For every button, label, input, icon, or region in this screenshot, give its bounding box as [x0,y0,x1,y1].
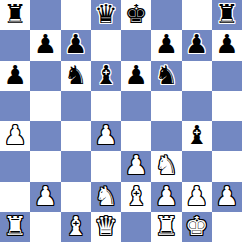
white-rook[interactable]: ♜ [3,213,26,239]
black-pawn[interactable]: ♟ [155,31,178,57]
white-pawn[interactable]: ♟ [155,183,178,209]
square-c1[interactable]: ♝ [61,212,91,242]
square-e5[interactable] [121,91,151,121]
square-e2[interactable]: ♝ [121,182,151,212]
square-g8[interactable] [182,0,212,30]
square-f5[interactable] [151,91,181,121]
square-b3[interactable] [30,151,60,181]
white-rook[interactable]: ♜ [155,213,178,239]
square-c6[interactable]: ♞ [61,61,91,91]
square-g5[interactable] [182,91,212,121]
white-bishop[interactable]: ♝ [124,183,147,209]
square-e1[interactable] [121,212,151,242]
square-a3[interactable] [0,151,30,181]
black-pawn[interactable]: ♟ [124,62,147,88]
square-d8[interactable]: ♛ [91,0,121,30]
square-g7[interactable]: ♟ [182,30,212,60]
square-a4[interactable]: ♟ [0,121,30,151]
black-bishop[interactable]: ♝ [94,62,117,88]
white-bishop[interactable]: ♝ [64,213,87,239]
square-e7[interactable] [121,30,151,60]
black-pawn[interactable]: ♟ [3,62,26,88]
square-d5[interactable] [91,91,121,121]
square-h5[interactable] [212,91,242,121]
square-e4[interactable] [121,121,151,151]
square-d4[interactable]: ♟ [91,121,121,151]
square-b6[interactable] [30,61,60,91]
square-c2[interactable] [61,182,91,212]
black-queen[interactable]: ♛ [94,1,117,27]
square-f1[interactable]: ♜ [151,212,181,242]
square-d3[interactable] [91,151,121,181]
white-pawn[interactable]: ♟ [3,122,26,148]
chess-board: ♜♛♚♜♟♟♟♟♟♟♞♝♟♞♟♟♝♟♞♟♞♝♟♟♟♜♝♛♜♚ [0,0,242,242]
square-f4[interactable] [151,121,181,151]
square-d7[interactable] [91,30,121,60]
square-b7[interactable]: ♟ [30,30,60,60]
square-h8[interactable]: ♜ [212,0,242,30]
black-knight[interactable]: ♞ [155,62,178,88]
square-d1[interactable]: ♛ [91,212,121,242]
square-g2[interactable]: ♟ [182,182,212,212]
square-c7[interactable]: ♟ [61,30,91,60]
white-pawn[interactable]: ♟ [124,152,147,178]
square-c3[interactable] [61,151,91,181]
black-bishop[interactable]: ♝ [185,122,208,148]
square-f6[interactable]: ♞ [151,61,181,91]
square-h6[interactable] [212,61,242,91]
square-a7[interactable] [0,30,30,60]
square-d6[interactable]: ♝ [91,61,121,91]
square-e3[interactable]: ♟ [121,151,151,181]
square-c8[interactable] [61,0,91,30]
white-pawn[interactable]: ♟ [94,122,117,148]
square-f2[interactable]: ♟ [151,182,181,212]
square-g3[interactable] [182,151,212,181]
square-h3[interactable] [212,151,242,181]
square-b5[interactable] [30,91,60,121]
white-knight[interactable]: ♞ [155,152,178,178]
square-b4[interactable] [30,121,60,151]
black-pawn[interactable]: ♟ [215,31,238,57]
square-a5[interactable] [0,91,30,121]
square-a6[interactable]: ♟ [0,61,30,91]
square-h7[interactable]: ♟ [212,30,242,60]
square-e8[interactable]: ♚ [121,0,151,30]
square-h2[interactable]: ♟ [212,182,242,212]
black-knight[interactable]: ♞ [64,62,87,88]
square-h4[interactable] [212,121,242,151]
white-knight[interactable]: ♞ [94,183,117,209]
square-f7[interactable]: ♟ [151,30,181,60]
square-b2[interactable]: ♟ [30,182,60,212]
black-pawn[interactable]: ♟ [185,31,208,57]
square-e6[interactable]: ♟ [121,61,151,91]
square-a2[interactable] [0,182,30,212]
square-b1[interactable] [30,212,60,242]
white-pawn[interactable]: ♟ [34,183,57,209]
square-f3[interactable]: ♞ [151,151,181,181]
square-g6[interactable] [182,61,212,91]
square-f8[interactable] [151,0,181,30]
square-d2[interactable]: ♞ [91,182,121,212]
black-rook[interactable]: ♜ [3,1,26,27]
black-king[interactable]: ♚ [124,1,147,27]
square-g1[interactable]: ♚ [182,212,212,242]
white-king[interactable]: ♚ [185,213,208,239]
square-g4[interactable]: ♝ [182,121,212,151]
black-rook[interactable]: ♜ [215,1,238,27]
square-b8[interactable] [30,0,60,30]
square-a1[interactable]: ♜ [0,212,30,242]
square-c5[interactable] [61,91,91,121]
white-pawn[interactable]: ♟ [215,183,238,209]
square-h1[interactable] [212,212,242,242]
white-pawn[interactable]: ♟ [185,183,208,209]
black-pawn[interactable]: ♟ [34,31,57,57]
square-a8[interactable]: ♜ [0,0,30,30]
black-pawn[interactable]: ♟ [64,31,87,57]
white-queen[interactable]: ♛ [94,213,117,239]
square-c4[interactable] [61,121,91,151]
